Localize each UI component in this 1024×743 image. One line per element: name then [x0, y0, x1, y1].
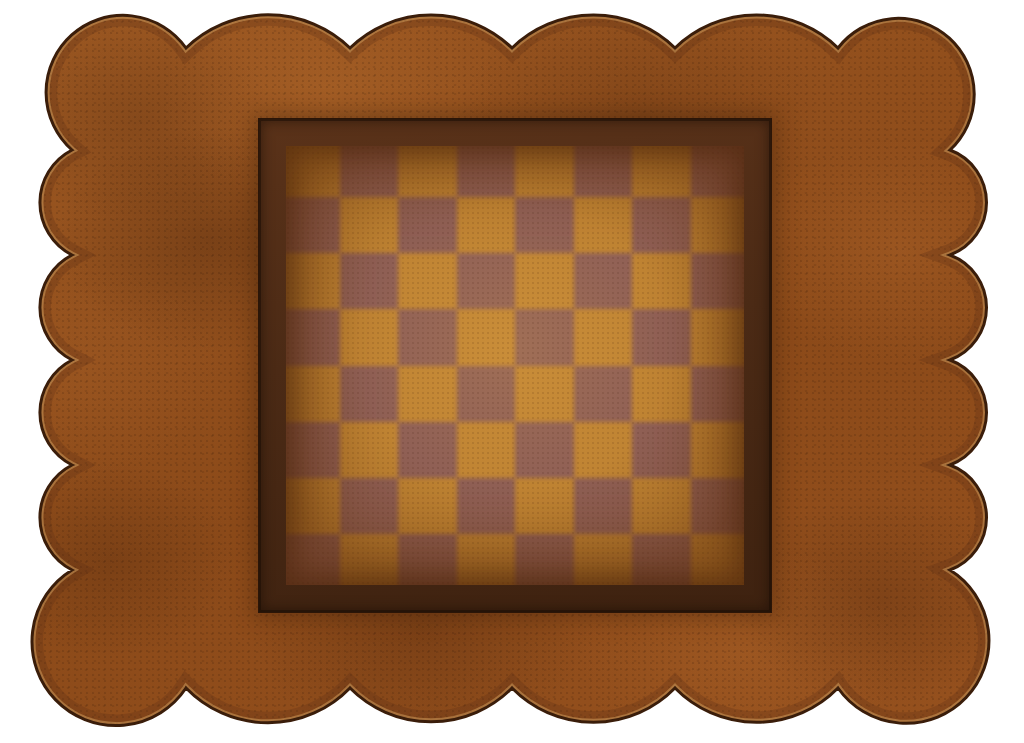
square-e1: [515, 534, 574, 585]
square-f7: [574, 197, 633, 253]
square-f3: [574, 422, 633, 478]
square-d5: [457, 309, 516, 365]
square-g3: [632, 422, 691, 478]
square-c6: [398, 253, 457, 309]
square-g7: [632, 197, 691, 253]
square-g2: [632, 478, 691, 534]
square-g5: [632, 309, 691, 365]
square-e4: [515, 366, 574, 422]
square-g8: [632, 146, 691, 197]
square-h5: [691, 309, 745, 365]
square-a2: [286, 478, 340, 534]
square-d8: [457, 146, 516, 197]
square-b1: [340, 534, 399, 585]
square-h6: [691, 253, 745, 309]
square-c1: [398, 534, 457, 585]
square-h4: [691, 366, 745, 422]
square-d4: [457, 366, 516, 422]
square-e7: [515, 197, 574, 253]
square-b3: [340, 422, 399, 478]
square-a1: [286, 534, 340, 585]
square-h1: [691, 534, 745, 585]
square-a5: [286, 309, 340, 365]
square-d3: [457, 422, 516, 478]
square-b8: [340, 146, 399, 197]
square-h7: [691, 197, 745, 253]
square-b6: [340, 253, 399, 309]
square-b7: [340, 197, 399, 253]
square-h2: [691, 478, 745, 534]
square-g6: [632, 253, 691, 309]
square-c3: [398, 422, 457, 478]
square-f8: [574, 146, 633, 197]
square-f1: [574, 534, 633, 585]
square-e3: [515, 422, 574, 478]
square-e2: [515, 478, 574, 534]
square-c5: [398, 309, 457, 365]
product-photo: [0, 0, 1024, 743]
square-a3: [286, 422, 340, 478]
game-board: [286, 146, 744, 585]
square-f4: [574, 366, 633, 422]
square-c8: [398, 146, 457, 197]
square-a8: [286, 146, 340, 197]
square-a6: [286, 253, 340, 309]
square-b5: [340, 309, 399, 365]
square-g4: [632, 366, 691, 422]
square-d2: [457, 478, 516, 534]
square-f5: [574, 309, 633, 365]
square-c7: [398, 197, 457, 253]
square-c2: [398, 478, 457, 534]
square-h3: [691, 422, 745, 478]
square-d6: [457, 253, 516, 309]
square-f2: [574, 478, 633, 534]
square-b4: [340, 366, 399, 422]
square-b2: [340, 478, 399, 534]
board-inlay: [286, 146, 744, 585]
board-frame: [258, 118, 772, 613]
square-e5: [515, 309, 574, 365]
square-d1: [457, 534, 516, 585]
square-c4: [398, 366, 457, 422]
square-d7: [457, 197, 516, 253]
square-a4: [286, 366, 340, 422]
square-f6: [574, 253, 633, 309]
square-e8: [515, 146, 574, 197]
square-a7: [286, 197, 340, 253]
square-e6: [515, 253, 574, 309]
square-g1: [632, 534, 691, 585]
square-h8: [691, 146, 745, 197]
